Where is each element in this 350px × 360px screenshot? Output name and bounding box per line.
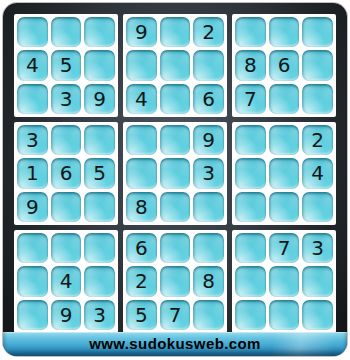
box-1-1: 4539 bbox=[14, 14, 118, 117]
cell-r4c1[interactable]: 3 bbox=[17, 125, 48, 155]
cell-r3c4[interactable]: 4 bbox=[126, 84, 157, 114]
cell-r4c5[interactable] bbox=[160, 125, 191, 155]
cell-r6c3[interactable] bbox=[84, 192, 115, 222]
cell-r5c4[interactable] bbox=[126, 158, 157, 188]
cell-r9c1[interactable] bbox=[17, 300, 48, 330]
cell-r8c4[interactable]: 2 bbox=[126, 266, 157, 296]
cell-r2c3[interactable] bbox=[84, 50, 115, 80]
cell-r3c9[interactable] bbox=[302, 84, 333, 114]
cell-r9c9[interactable] bbox=[302, 300, 333, 330]
cell-r2c5[interactable] bbox=[160, 50, 191, 80]
cell-r1c8[interactable] bbox=[269, 17, 300, 47]
cell-r8c2[interactable]: 4 bbox=[51, 266, 82, 296]
cell-r4c3[interactable] bbox=[84, 125, 115, 155]
cell-r4c8[interactable] bbox=[269, 125, 300, 155]
cell-r3c8[interactable] bbox=[269, 84, 300, 114]
box-2-1: 31659 bbox=[14, 122, 118, 225]
box-1-3: 867 bbox=[232, 14, 336, 117]
cell-r8c1[interactable] bbox=[17, 266, 48, 296]
box-3-1: 493 bbox=[14, 230, 118, 333]
page: { "game": "sudoku", "position": "0009020… bbox=[0, 0, 350, 360]
cell-r7c7[interactable] bbox=[235, 233, 266, 263]
cell-r5c7[interactable] bbox=[235, 158, 266, 188]
cell-r9c2[interactable]: 9 bbox=[51, 300, 82, 330]
cell-r6c1[interactable]: 9 bbox=[17, 192, 48, 222]
cell-r6c9[interactable] bbox=[302, 192, 333, 222]
cell-r8c3[interactable] bbox=[84, 266, 115, 296]
cell-r7c5[interactable] bbox=[160, 233, 191, 263]
cell-r3c1[interactable] bbox=[17, 84, 48, 114]
cell-r3c5[interactable] bbox=[160, 84, 191, 114]
cell-r3c3[interactable]: 9 bbox=[84, 84, 115, 114]
cell-r4c9[interactable]: 2 bbox=[302, 125, 333, 155]
cell-r3c2[interactable]: 3 bbox=[51, 84, 82, 114]
cell-r9c6[interactable] bbox=[193, 300, 224, 330]
cell-r9c8[interactable] bbox=[269, 300, 300, 330]
cell-r7c4[interactable]: 6 bbox=[126, 233, 157, 263]
website-link[interactable]: www.sudokusweb.com bbox=[89, 335, 261, 354]
sudoku-board-frame: 4539924686731659938244936285773 www.sudo… bbox=[3, 3, 347, 356]
footer-bar: www.sudokusweb.com bbox=[3, 332, 347, 356]
cell-r7c1[interactable] bbox=[17, 233, 48, 263]
cell-r1c9[interactable] bbox=[302, 17, 333, 47]
box-3-3: 73 bbox=[232, 230, 336, 333]
cell-r9c4[interactable]: 5 bbox=[126, 300, 157, 330]
box-2-3: 24 bbox=[232, 122, 336, 225]
cell-r3c7[interactable]: 7 bbox=[235, 84, 266, 114]
cell-r4c6[interactable]: 9 bbox=[193, 125, 224, 155]
cell-r5c5[interactable] bbox=[160, 158, 191, 188]
box-3-2: 62857 bbox=[123, 230, 227, 333]
cell-r4c2[interactable] bbox=[51, 125, 82, 155]
cell-r6c7[interactable] bbox=[235, 192, 266, 222]
cell-r8c6[interactable]: 8 bbox=[193, 266, 224, 296]
cell-r2c4[interactable] bbox=[126, 50, 157, 80]
cell-r9c3[interactable]: 3 bbox=[84, 300, 115, 330]
cell-r7c8[interactable]: 7 bbox=[269, 233, 300, 263]
cell-r1c6[interactable]: 2 bbox=[193, 17, 224, 47]
cell-r2c6[interactable] bbox=[193, 50, 224, 80]
cell-r6c2[interactable] bbox=[51, 192, 82, 222]
cell-r7c9[interactable]: 3 bbox=[302, 233, 333, 263]
cell-r2c2[interactable]: 5 bbox=[51, 50, 82, 80]
box-2-2: 938 bbox=[123, 122, 227, 225]
cell-r1c3[interactable] bbox=[84, 17, 115, 47]
cell-r2c9[interactable] bbox=[302, 50, 333, 80]
cell-r5c9[interactable]: 4 bbox=[302, 158, 333, 188]
cell-r9c7[interactable] bbox=[235, 300, 266, 330]
cell-r8c9[interactable] bbox=[302, 266, 333, 296]
cell-r4c4[interactable] bbox=[126, 125, 157, 155]
cell-r1c1[interactable] bbox=[17, 17, 48, 47]
cell-r9c5[interactable]: 7 bbox=[160, 300, 191, 330]
cell-r1c4[interactable]: 9 bbox=[126, 17, 157, 47]
cell-r1c5[interactable] bbox=[160, 17, 191, 47]
cell-r6c4[interactable]: 8 bbox=[126, 192, 157, 222]
cell-r5c1[interactable]: 1 bbox=[17, 158, 48, 188]
cell-r7c2[interactable] bbox=[51, 233, 82, 263]
cell-r2c8[interactable]: 6 bbox=[269, 50, 300, 80]
cell-r5c2[interactable]: 6 bbox=[51, 158, 82, 188]
cell-r8c5[interactable] bbox=[160, 266, 191, 296]
cell-r4c7[interactable] bbox=[235, 125, 266, 155]
cell-r8c8[interactable] bbox=[269, 266, 300, 296]
box-1-2: 9246 bbox=[123, 14, 227, 117]
cell-r3c6[interactable]: 6 bbox=[193, 84, 224, 114]
cell-r7c6[interactable] bbox=[193, 233, 224, 263]
cell-r1c7[interactable] bbox=[235, 17, 266, 47]
cell-r8c7[interactable] bbox=[235, 266, 266, 296]
cell-r5c6[interactable]: 3 bbox=[193, 158, 224, 188]
cell-r2c7[interactable]: 8 bbox=[235, 50, 266, 80]
cell-r6c6[interactable] bbox=[193, 192, 224, 222]
sudoku-board: 4539924686731659938244936285773 bbox=[14, 14, 336, 333]
cell-r6c5[interactable] bbox=[160, 192, 191, 222]
cell-r1c2[interactable] bbox=[51, 17, 82, 47]
cell-r5c3[interactable]: 5 bbox=[84, 158, 115, 188]
cell-r7c3[interactable] bbox=[84, 233, 115, 263]
cell-r2c1[interactable]: 4 bbox=[17, 50, 48, 80]
cell-r5c8[interactable] bbox=[269, 158, 300, 188]
cell-r6c8[interactable] bbox=[269, 192, 300, 222]
